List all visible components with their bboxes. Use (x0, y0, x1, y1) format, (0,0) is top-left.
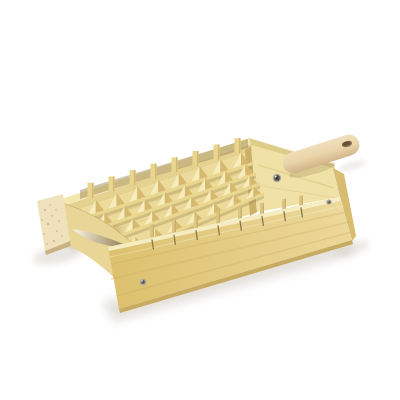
end-grain-dot (49, 204, 51, 206)
back-post-shade (92, 183, 94, 198)
end-grain-dot (51, 215, 53, 217)
platform-screw (273, 174, 281, 182)
end-grain-dot (44, 209, 46, 211)
back-post-shade (134, 170, 136, 185)
back-post-shade (239, 138, 241, 153)
back-post-shade (155, 164, 157, 179)
back-post-shade (113, 176, 115, 191)
end-grain-dot (55, 209, 57, 211)
front-screw-highlight (141, 280, 143, 282)
end-grain-dot (41, 219, 43, 221)
end-grain-dot (46, 243, 48, 245)
front-screw-highlight (327, 200, 328, 201)
wooden-grater-photo (0, 0, 400, 400)
product-photo-stage (0, 0, 400, 400)
end-grain-dot (61, 235, 63, 237)
back-post-shade (197, 151, 199, 166)
back-post-shade (176, 157, 178, 172)
end-grain-dot (47, 223, 50, 226)
end-grain-dot (56, 230, 58, 232)
back-post-shade (218, 145, 220, 160)
end-grain-dot (53, 240, 55, 242)
end-grain-dot (43, 233, 45, 235)
screw-highlight (275, 175, 277, 177)
end-grain-dot (58, 220, 60, 222)
